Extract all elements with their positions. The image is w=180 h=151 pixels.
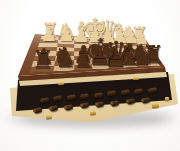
tray-piece	[147, 87, 157, 94]
brass-clasp-tip	[165, 97, 169, 101]
square-e8	[92, 64, 109, 70]
square-h8	[30, 66, 55, 73]
brass-board-hinge-left	[58, 82, 64, 85]
square-f8	[74, 64, 92, 70]
square-g8	[53, 65, 74, 71]
brass-hinge-left	[46, 115, 52, 119]
chess-set-photo: ♜♞♝♛♚♝♞♜♟♟♟♟♟♟♟♟♟♟♟♟♟♟♟♟♜♞♝♛♚♝♞♜	[0, 0, 180, 151]
tray-piece	[93, 92, 103, 99]
tray-piece	[39, 97, 49, 104]
square-a8	[147, 62, 160, 66]
brass-board-hinge-right	[133, 77, 139, 80]
square-d8	[108, 63, 124, 68]
brass-hinge-center	[90, 111, 96, 115]
board-squares	[30, 36, 160, 73]
brass-clasp-right	[152, 103, 159, 109]
